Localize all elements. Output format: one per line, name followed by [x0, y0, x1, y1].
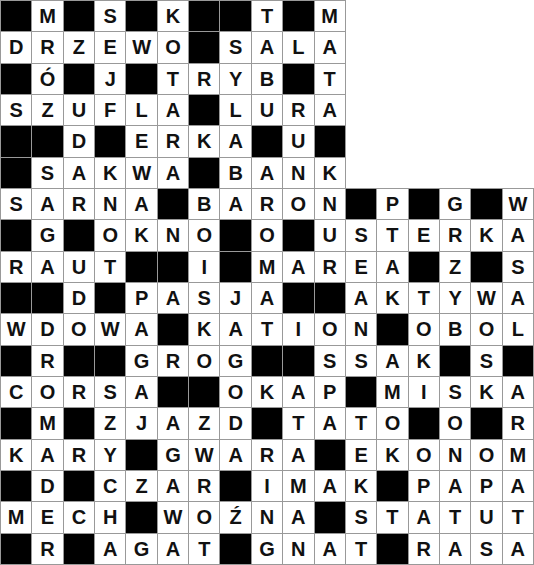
cell-r18c6[interactable]: A — [158, 534, 188, 564]
cell-r2c8[interactable]: S — [220, 32, 250, 62]
cell-r5c4 — [95, 126, 125, 156]
cell-r2c5[interactable]: W — [126, 32, 156, 62]
cell-r18c10[interactable]: N — [283, 534, 313, 564]
cell-r6c10[interactable]: N — [283, 158, 313, 188]
cell-r9c4[interactable]: T — [95, 252, 125, 282]
cell-r10c9[interactable]: A — [252, 283, 282, 313]
cell-r6c3[interactable]: A — [64, 158, 94, 188]
cell-r13c16[interactable]: K — [471, 377, 501, 407]
cell-r18c11[interactable]: A — [315, 534, 345, 564]
cell-r13c2[interactable]: O — [32, 377, 62, 407]
cell-r10c1 — [1, 283, 31, 313]
cell-r14c4[interactable]: Z — [95, 408, 125, 438]
cell-r8c4[interactable]: O — [95, 220, 125, 250]
cell-r16c14[interactable]: P — [409, 471, 439, 501]
cell-r8c6[interactable]: N — [158, 220, 188, 250]
cell-r6c2[interactable]: S — [32, 158, 62, 188]
cell-r8c16[interactable]: K — [471, 220, 501, 250]
cell-r14c6[interactable]: A — [158, 408, 188, 438]
cell-r4c1[interactable]: S — [1, 95, 31, 125]
cell-r10c6[interactable]: A — [158, 283, 188, 313]
cell-r12c5[interactable]: G — [126, 346, 156, 376]
cell-r15c13[interactable]: K — [377, 440, 407, 470]
cell-r11c8[interactable]: A — [220, 314, 250, 344]
cell-r5c3[interactable]: D — [64, 126, 94, 156]
cell-r12c16[interactable]: S — [471, 346, 501, 376]
cell-r15c16[interactable]: O — [471, 440, 501, 470]
cell-r11c17[interactable]: L — [503, 314, 533, 344]
cell-r16c15[interactable]: A — [440, 471, 470, 501]
cell-r3c5 — [126, 64, 156, 94]
cell-r14c13[interactable]: O — [377, 408, 407, 438]
cell-r6c4[interactable]: K — [95, 158, 125, 188]
cell-r2c7 — [189, 32, 219, 62]
cell-r14c14 — [409, 408, 439, 438]
cell-r15c1[interactable]: K — [1, 440, 31, 470]
cell-r8c5[interactable]: K — [126, 220, 156, 250]
cell-r5c10[interactable]: U — [283, 126, 313, 156]
cell-r18c12[interactable]: T — [346, 534, 376, 564]
cell-r1c3 — [64, 1, 94, 31]
cell-r7c8[interactable]: A — [220, 189, 250, 219]
cell-r10c7[interactable]: S — [189, 283, 219, 313]
cell-r8c10 — [283, 220, 313, 250]
cell-r5c2 — [32, 126, 62, 156]
cell-r8c9[interactable]: O — [252, 220, 282, 250]
cell-r7c15[interactable]: G — [440, 189, 470, 219]
cell-r10c15[interactable]: Y — [440, 283, 470, 313]
cell-r9c8 — [220, 252, 250, 282]
cell-r9c6 — [158, 252, 188, 282]
cell-r1c10 — [283, 1, 313, 31]
cell-r9c17[interactable]: S — [503, 252, 533, 282]
cell-r15c4[interactable]: Y — [95, 440, 125, 470]
cell-r11c11[interactable]: O — [315, 314, 345, 344]
cell-r1c7 — [189, 1, 219, 31]
cell-r16c2[interactable]: D — [32, 471, 62, 501]
cell-r17c13[interactable]: T — [377, 502, 407, 532]
cell-r6c5[interactable]: W — [126, 158, 156, 188]
cell-r4c8[interactable]: L — [220, 95, 250, 125]
cell-r4c5[interactable]: L — [126, 95, 156, 125]
cell-r4c3[interactable]: U — [64, 95, 94, 125]
cell-r16c1 — [1, 471, 31, 501]
cell-r15c6[interactable]: G — [158, 440, 188, 470]
cell-r13c12 — [346, 377, 376, 407]
cell-r3c7[interactable]: R — [189, 64, 219, 94]
cell-r3c6[interactable]: T — [158, 64, 188, 94]
cell-r14c1 — [1, 408, 31, 438]
cell-r8c12[interactable]: S — [346, 220, 376, 250]
cell-r16c11[interactable]: A — [315, 471, 345, 501]
cell-r1c8 — [220, 1, 250, 31]
cell-r12c4 — [95, 346, 125, 376]
cell-r15c7[interactable]: W — [189, 440, 219, 470]
cell-r4c6[interactable]: A — [158, 95, 188, 125]
cell-r3c3 — [64, 64, 94, 94]
cell-r12c1 — [1, 346, 31, 376]
cell-r11c6 — [158, 314, 188, 344]
cell-r13c17[interactable]: A — [503, 377, 533, 407]
cell-r15c15[interactable]: N — [440, 440, 470, 470]
cell-r10c10 — [283, 283, 313, 313]
cell-r12c17 — [503, 346, 533, 376]
cell-r12c2[interactable]: R — [32, 346, 62, 376]
cell-r10c8[interactable]: J — [220, 283, 250, 313]
cell-r14c15[interactable]: O — [440, 408, 470, 438]
cell-r13c15[interactable]: S — [440, 377, 470, 407]
cell-r5c7[interactable]: K — [189, 126, 219, 156]
cell-r10c17[interactable]: A — [503, 283, 533, 313]
cell-r3c9[interactable]: B — [252, 64, 282, 94]
cell-r15c5 — [126, 440, 156, 470]
cell-r4c9[interactable]: U — [252, 95, 282, 125]
cell-r15c9[interactable]: R — [252, 440, 282, 470]
cell-r13c14[interactable]: I — [409, 377, 439, 407]
cell-r14c9 — [252, 408, 282, 438]
cell-r15c2[interactable]: A — [32, 440, 62, 470]
cell-r18c8 — [220, 534, 250, 564]
cell-r12c14[interactable]: K — [409, 346, 439, 376]
cell-r2c2[interactable]: R — [32, 32, 62, 62]
cell-r1c4[interactable]: S — [95, 1, 125, 31]
cell-r15c12[interactable]: E — [346, 440, 376, 470]
cell-r13c6 — [158, 377, 188, 407]
cell-r11c16[interactable]: O — [471, 314, 501, 344]
cell-r9c1[interactable]: R — [1, 252, 31, 282]
cell-r17c16[interactable]: U — [471, 502, 501, 532]
cell-r10c3[interactable]: D — [64, 283, 94, 313]
cell-r18c14[interactable]: R — [409, 534, 439, 564]
cell-r3c11[interactable]: T — [315, 64, 345, 94]
cell-r16c8 — [220, 471, 250, 501]
cell-r17c3[interactable]: C — [64, 502, 94, 532]
cell-r6c1 — [1, 158, 31, 188]
cell-r11c13 — [377, 314, 407, 344]
cell-r8c13[interactable]: T — [377, 220, 407, 250]
cell-r17c9[interactable]: N — [252, 502, 282, 532]
cell-r13c8[interactable]: O — [220, 377, 250, 407]
cell-r15c14[interactable]: O — [409, 440, 439, 470]
cell-r2c9[interactable]: A — [252, 32, 282, 62]
cell-r16c7[interactable]: R — [189, 471, 219, 501]
cell-r1c2[interactable]: M — [32, 1, 62, 31]
cell-r9c9[interactable]: M — [252, 252, 282, 282]
cell-r7c5[interactable]: A — [126, 189, 156, 219]
cell-r10c2 — [32, 283, 62, 313]
cell-r14c3 — [64, 408, 94, 438]
cell-r16c12[interactable]: K — [346, 471, 376, 501]
cell-r7c14 — [409, 189, 439, 219]
cell-r13c1[interactable]: C — [1, 377, 31, 407]
cell-r18c2[interactable]: R — [32, 534, 62, 564]
cell-r18c16[interactable]: S — [471, 534, 501, 564]
cell-r1c6[interactable]: K — [158, 1, 188, 31]
cell-r11c9[interactable]: T — [252, 314, 282, 344]
cell-r3c2[interactable]: Ó — [32, 64, 62, 94]
cell-r4c10[interactable]: R — [283, 95, 313, 125]
cell-r14c16 — [471, 408, 501, 438]
cell-r16c10[interactable]: M — [283, 471, 313, 501]
cell-r8c15[interactable]: R — [440, 220, 470, 250]
cell-r13c11[interactable]: P — [315, 377, 345, 407]
cell-r7c1[interactable]: S — [1, 189, 31, 219]
cell-r3c4[interactable]: J — [95, 64, 125, 94]
empty-region — [346, 0, 534, 188]
cell-r8c11[interactable]: U — [315, 220, 345, 250]
cell-r14c17[interactable]: R — [503, 408, 533, 438]
cell-r10c4 — [95, 283, 125, 313]
cell-r10c5[interactable]: P — [126, 283, 156, 313]
cell-r13c9[interactable]: K — [252, 377, 282, 407]
cell-r16c3 — [64, 471, 94, 501]
cell-r16c5[interactable]: Z — [126, 471, 156, 501]
cell-r5c1 — [1, 126, 31, 156]
cell-r12c12[interactable]: S — [346, 346, 376, 376]
cell-r4c7 — [189, 95, 219, 125]
cell-r17c1[interactable]: M — [1, 502, 31, 532]
cell-r17c8[interactable]: Ź — [220, 502, 250, 532]
cell-r8c3 — [64, 220, 94, 250]
cell-r13c7 — [189, 377, 219, 407]
cell-r12c15 — [440, 346, 470, 376]
cell-r7c16 — [471, 189, 501, 219]
cell-r14c10[interactable]: T — [283, 408, 313, 438]
cell-r12c3 — [64, 346, 94, 376]
cell-r8c8 — [220, 220, 250, 250]
cell-r18c1 — [1, 534, 31, 564]
cell-r9c12[interactable]: E — [346, 252, 376, 282]
cell-r7c6 — [158, 189, 188, 219]
cell-r7c9[interactable]: R — [252, 189, 282, 219]
cell-r11c5[interactable]: A — [126, 314, 156, 344]
cell-r16c13 — [377, 471, 407, 501]
crossword-board: MSKTMDRZEWOSALAÓJTRYBTSZUFLALURADERKAUSA… — [0, 0, 534, 565]
cell-r9c3[interactable]: U — [64, 252, 94, 282]
cell-r9c7[interactable]: I — [189, 252, 219, 282]
cell-r17c10[interactable]: A — [283, 502, 313, 532]
cell-r18c17[interactable]: A — [503, 534, 533, 564]
cell-r17c6[interactable]: W — [158, 502, 188, 532]
cell-r10c12[interactable]: A — [346, 283, 376, 313]
cell-r4c4[interactable]: F — [95, 95, 125, 125]
cell-r16c6[interactable]: A — [158, 471, 188, 501]
cell-r4c2[interactable]: Z — [32, 95, 62, 125]
cell-r6c11[interactable]: K — [315, 158, 345, 188]
cell-r9c11[interactable]: R — [315, 252, 345, 282]
cell-r12c6[interactable]: R — [158, 346, 188, 376]
cell-r6c8[interactable]: B — [220, 158, 250, 188]
cell-r18c9[interactable]: G — [252, 534, 282, 564]
cell-r15c17[interactable]: M — [503, 440, 533, 470]
cell-r7c10[interactable]: O — [283, 189, 313, 219]
cell-r2c3[interactable]: Z — [64, 32, 94, 62]
cell-r9c16 — [471, 252, 501, 282]
cell-r7c3[interactable]: R — [64, 189, 94, 219]
cell-r12c13[interactable]: A — [377, 346, 407, 376]
cell-r1c11[interactable]: M — [315, 1, 345, 31]
cell-r17c17[interactable]: T — [503, 502, 533, 532]
cell-r8c17[interactable]: A — [503, 220, 533, 250]
cell-r18c4[interactable]: A — [95, 534, 125, 564]
cell-r11c4[interactable]: W — [95, 314, 125, 344]
cell-r17c11 — [315, 502, 345, 532]
cell-r11c12[interactable]: N — [346, 314, 376, 344]
cell-r7c7[interactable]: B — [189, 189, 219, 219]
cell-r3c1 — [1, 64, 31, 94]
cell-r14c8[interactable]: D — [220, 408, 250, 438]
cell-r12c7[interactable]: O — [189, 346, 219, 376]
cell-r2c10[interactable]: L — [283, 32, 313, 62]
cell-r15c10[interactable]: A — [283, 440, 313, 470]
cell-r6c7 — [189, 158, 219, 188]
cell-r15c11 — [315, 440, 345, 470]
cell-r6c9[interactable]: A — [252, 158, 282, 188]
cell-r2c1[interactable]: D — [1, 32, 31, 62]
cell-r13c13[interactable]: M — [377, 377, 407, 407]
cell-r14c11[interactable]: A — [315, 408, 345, 438]
cell-r16c4[interactable]: C — [95, 471, 125, 501]
cell-r16c9[interactable]: I — [252, 471, 282, 501]
cell-r5c8[interactable]: A — [220, 126, 250, 156]
cell-r11c10[interactable]: I — [283, 314, 313, 344]
cell-r7c12 — [346, 189, 376, 219]
cell-r18c13 — [377, 534, 407, 564]
cell-r9c5 — [126, 252, 156, 282]
cell-r5c6[interactable]: R — [158, 126, 188, 156]
cell-r11c14[interactable]: O — [409, 314, 439, 344]
cell-r8c2[interactable]: G — [32, 220, 62, 250]
cell-r18c3 — [64, 534, 94, 564]
cell-r17c7[interactable]: O — [189, 502, 219, 532]
cell-r12c9 — [252, 346, 282, 376]
cell-r15c8[interactable]: A — [220, 440, 250, 470]
cell-r7c11[interactable]: N — [315, 189, 345, 219]
cell-r13c10[interactable]: A — [283, 377, 313, 407]
cell-r11c2[interactable]: D — [32, 314, 62, 344]
cell-r14c12[interactable]: T — [346, 408, 376, 438]
cell-r5c9 — [252, 126, 282, 156]
cell-r12c8[interactable]: G — [220, 346, 250, 376]
cell-r8c7[interactable]: O — [189, 220, 219, 250]
cell-r11c15[interactable]: B — [440, 314, 470, 344]
cell-r5c5[interactable]: E — [126, 126, 156, 156]
cell-r13c3[interactable]: R — [64, 377, 94, 407]
cell-r13c5[interactable]: A — [126, 377, 156, 407]
cell-r2c4[interactable]: E — [95, 32, 125, 62]
cell-r17c4[interactable]: H — [95, 502, 125, 532]
cell-r14c5[interactable]: J — [126, 408, 156, 438]
cell-r18c7[interactable]: T — [189, 534, 219, 564]
cell-r14c2[interactable]: M — [32, 408, 62, 438]
cell-r12c10 — [283, 346, 313, 376]
cell-r16c17[interactable]: A — [503, 471, 533, 501]
cell-r9c13[interactable]: A — [377, 252, 407, 282]
cell-r8c1 — [1, 220, 31, 250]
cell-r17c15[interactable]: T — [440, 502, 470, 532]
cell-r5c11 — [315, 126, 345, 156]
cell-r1c1 — [1, 1, 31, 31]
cell-r6c6[interactable]: A — [158, 158, 188, 188]
cell-r9c15[interactable]: Z — [440, 252, 470, 282]
cell-r2c11[interactable]: A — [315, 32, 345, 62]
cell-r16c16[interactable]: P — [471, 471, 501, 501]
cell-r9c10[interactable]: A — [283, 252, 313, 282]
cell-r15c3[interactable]: R — [64, 440, 94, 470]
cell-r10c14[interactable]: T — [409, 283, 439, 313]
cell-r9c14 — [409, 252, 439, 282]
cell-r11c3[interactable]: O — [64, 314, 94, 344]
cell-r13c4[interactable]: S — [95, 377, 125, 407]
cell-r11c1[interactable]: W — [1, 314, 31, 344]
cell-r7c17[interactable]: W — [503, 189, 533, 219]
cell-r2c6[interactable]: O — [158, 32, 188, 62]
cell-r17c12[interactable]: S — [346, 502, 376, 532]
cell-r3c8[interactable]: Y — [220, 64, 250, 94]
cell-r18c5[interactable]: G — [126, 534, 156, 564]
cell-r7c4[interactable]: N — [95, 189, 125, 219]
cell-r8c14[interactable]: E — [409, 220, 439, 250]
cell-r17c14[interactable]: A — [409, 502, 439, 532]
cell-r17c5 — [126, 502, 156, 532]
cell-r12c11[interactable]: S — [315, 346, 345, 376]
cell-r4c11[interactable]: A — [315, 95, 345, 125]
cell-r7c13[interactable]: P — [377, 189, 407, 219]
cell-r10c16[interactable]: W — [471, 283, 501, 313]
cell-r17c2[interactable]: E — [32, 502, 62, 532]
cell-r10c13[interactable]: K — [377, 283, 407, 313]
cell-r9c2[interactable]: A — [32, 252, 62, 282]
cell-r3c10 — [283, 64, 313, 94]
cell-r10c11 — [315, 283, 345, 313]
cell-r11c7[interactable]: K — [189, 314, 219, 344]
cell-r7c2[interactable]: A — [32, 189, 62, 219]
cell-r14c7[interactable]: Z — [189, 408, 219, 438]
cell-r1c5 — [126, 1, 156, 31]
cell-r18c15[interactable]: A — [440, 534, 470, 564]
cell-r1c9[interactable]: T — [252, 1, 282, 31]
